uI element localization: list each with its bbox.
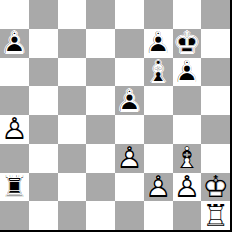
square-c6[interactable] [58, 58, 87, 87]
square-h1[interactable]: ♜♖ [201, 201, 230, 230]
square-f7[interactable]: ♟♙ [144, 29, 173, 58]
square-d5[interactable] [86, 86, 115, 115]
piece-white-pawn-icon: ♟ [144, 173, 173, 202]
piece-white-pawn-outline-icon: ♙ [0, 115, 29, 144]
piece-black-bishop-outline-icon: ♗ [144, 58, 173, 87]
square-g8[interactable] [173, 0, 202, 29]
piece-black-pawn-outline-icon: ♙ [0, 29, 29, 58]
piece-black-pawn-outline-icon: ♙ [115, 86, 144, 115]
piece-black-pawn-outline-icon: ♙ [173, 58, 202, 87]
square-f2[interactable]: ♟♙ [144, 173, 173, 202]
piece-white-pawn-outline-icon: ♙ [144, 173, 173, 202]
piece-white-king-icon: ♚ [201, 173, 230, 202]
square-f5[interactable] [144, 86, 173, 115]
square-c1[interactable] [58, 201, 87, 230]
square-g3[interactable]: ♝♗ [173, 144, 202, 173]
square-f1[interactable] [144, 201, 173, 230]
square-h3[interactable] [201, 144, 230, 173]
piece-black-rook-outline-icon: ♖ [0, 173, 29, 202]
square-g4[interactable] [173, 115, 202, 144]
square-h2[interactable]: ♚♔ [201, 173, 230, 202]
square-b6[interactable] [29, 58, 58, 87]
square-c8[interactable] [58, 0, 87, 29]
square-g1[interactable] [173, 201, 202, 230]
piece-black-pawn-outline-icon: ♙ [144, 29, 173, 58]
square-a3[interactable] [0, 144, 29, 173]
square-b1[interactable] [29, 201, 58, 230]
square-d4[interactable] [86, 115, 115, 144]
piece-white-pawn-outline-icon: ♙ [115, 144, 144, 173]
square-c7[interactable] [58, 29, 87, 58]
square-g6[interactable]: ♟♙ [173, 58, 202, 87]
square-a2[interactable]: ♜♖ [0, 173, 29, 202]
square-e1[interactable] [115, 201, 144, 230]
square-a8[interactable] [0, 0, 29, 29]
piece-white-pawn-icon: ♟ [115, 144, 144, 173]
piece-black-bishop-icon: ♝ [144, 58, 173, 87]
square-e6[interactable] [115, 58, 144, 87]
piece-black-pawn-icon: ♟ [115, 86, 144, 115]
piece-black-pawn-icon: ♟ [0, 29, 29, 58]
piece-black-king-icon: ♚ [173, 29, 202, 58]
square-f6[interactable]: ♝♗ [144, 58, 173, 87]
square-b5[interactable] [29, 86, 58, 115]
square-d2[interactable] [86, 173, 115, 202]
square-b2[interactable] [29, 173, 58, 202]
square-h6[interactable] [201, 58, 230, 87]
square-h8[interactable] [201, 0, 230, 29]
piece-white-rook-outline-icon: ♖ [201, 201, 230, 230]
square-a1[interactable] [0, 201, 29, 230]
square-d1[interactable] [86, 201, 115, 230]
piece-black-rook-icon: ♜ [0, 173, 29, 202]
piece-white-bishop-icon: ♝ [173, 144, 202, 173]
square-e4[interactable] [115, 115, 144, 144]
square-a6[interactable] [0, 58, 29, 87]
piece-white-bishop-outline-icon: ♗ [173, 144, 202, 173]
square-a4[interactable]: ♟♙ [0, 115, 29, 144]
square-c5[interactable] [58, 86, 87, 115]
square-b7[interactable] [29, 29, 58, 58]
square-e3[interactable]: ♟♙ [115, 144, 144, 173]
square-b8[interactable] [29, 0, 58, 29]
piece-white-king-outline-icon: ♔ [201, 173, 230, 202]
square-f3[interactable] [144, 144, 173, 173]
square-e7[interactable] [115, 29, 144, 58]
square-a7[interactable]: ♟♙ [0, 29, 29, 58]
square-h4[interactable] [201, 115, 230, 144]
square-g7[interactable]: ♚♔ [173, 29, 202, 58]
square-d7[interactable] [86, 29, 115, 58]
square-a5[interactable] [0, 86, 29, 115]
piece-black-pawn-icon: ♟ [144, 29, 173, 58]
piece-black-pawn-icon: ♟ [173, 58, 202, 87]
square-b4[interactable] [29, 115, 58, 144]
square-h5[interactable] [201, 86, 230, 115]
square-d8[interactable] [86, 0, 115, 29]
square-d6[interactable] [86, 58, 115, 87]
piece-white-pawn-icon: ♟ [0, 115, 29, 144]
piece-white-pawn-outline-icon: ♙ [173, 173, 202, 202]
chess-board: ♟♙♟♙♚♔♝♗♟♙♟♙♟♙♟♙♝♗♜♖♟♙♟♙♚♔♜♖ [0, 0, 232, 232]
square-c4[interactable] [58, 115, 87, 144]
square-g2[interactable]: ♟♙ [173, 173, 202, 202]
square-h7[interactable] [201, 29, 230, 58]
square-g5[interactable] [173, 86, 202, 115]
square-c3[interactable] [58, 144, 87, 173]
square-f8[interactable] [144, 0, 173, 29]
square-c2[interactable] [58, 173, 87, 202]
piece-black-king-outline-icon: ♔ [173, 29, 202, 58]
chess-diagram: ♟♙♟♙♚♔♝♗♟♙♟♙♟♙♟♙♝♗♜♖♟♙♟♙♚♔♜♖ [0, 0, 234, 234]
square-f4[interactable] [144, 115, 173, 144]
piece-white-rook-icon: ♜ [201, 201, 230, 230]
square-b3[interactable] [29, 144, 58, 173]
square-e2[interactable] [115, 173, 144, 202]
square-e5[interactable]: ♟♙ [115, 86, 144, 115]
square-d3[interactable] [86, 144, 115, 173]
piece-white-pawn-icon: ♟ [173, 173, 202, 202]
square-e8[interactable] [115, 0, 144, 29]
